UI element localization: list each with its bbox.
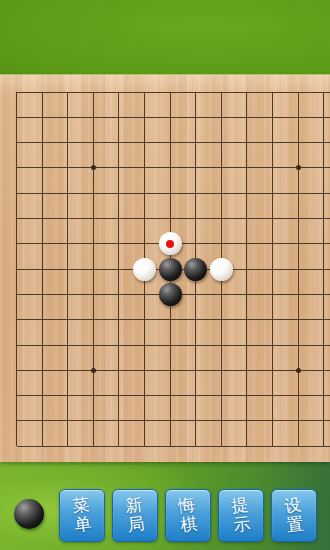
grid-line-horizontal [17, 319, 330, 320]
grid-line-horizontal [17, 345, 330, 346]
hint-button-label: 提示 [230, 496, 252, 536]
last-move-marker [166, 240, 174, 248]
hint-button[interactable]: 提示 [218, 489, 264, 542]
grid-line-horizontal [17, 92, 330, 93]
new-game-button-label: 新局 [124, 496, 146, 536]
grid-line-vertical [298, 92, 299, 446]
settings-button-label: 设置 [283, 496, 305, 536]
star-point [296, 368, 301, 373]
turn-indicator-black-stone [14, 499, 44, 529]
grid-line-horizontal [17, 193, 330, 194]
app-screen: 菜单 新局 悔棋 提示 设置 [0, 0, 330, 550]
stone-black [159, 258, 182, 281]
undo-button[interactable]: 悔棋 [165, 489, 211, 542]
grid-line-horizontal [17, 446, 330, 447]
top-background [0, 0, 330, 75]
settings-button[interactable]: 设置 [271, 489, 317, 542]
undo-button-label: 悔棋 [177, 496, 199, 536]
grid-line-horizontal [17, 117, 330, 118]
grid-line-horizontal [17, 420, 330, 421]
grid-line-vertical [246, 92, 247, 446]
gomoku-board[interactable] [0, 75, 330, 462]
grid-line-horizontal [17, 167, 330, 168]
stone-white [133, 258, 156, 281]
menu-button[interactable]: 菜单 [59, 489, 105, 542]
star-point [91, 165, 96, 170]
star-point [91, 368, 96, 373]
grid-line-vertical [323, 92, 324, 446]
star-point [296, 165, 301, 170]
grid-line-vertical [272, 92, 273, 446]
grid-line-horizontal [17, 218, 330, 219]
new-game-button[interactable]: 新局 [112, 489, 158, 542]
stone-white [159, 232, 182, 255]
grid-line-horizontal [17, 395, 330, 396]
grid-line-horizontal [17, 370, 330, 371]
grid-line-horizontal [17, 142, 330, 143]
menu-button-label: 菜单 [71, 496, 93, 536]
stone-white [210, 258, 233, 281]
stone-black [159, 283, 182, 306]
stone-black [184, 258, 207, 281]
